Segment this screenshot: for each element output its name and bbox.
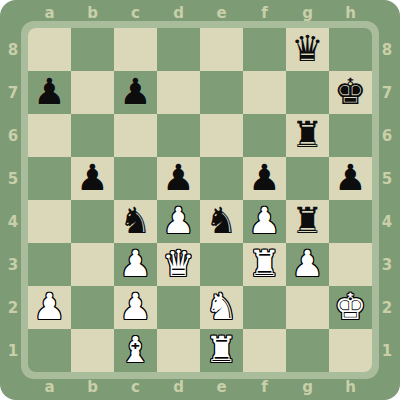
piece-black-king[interactable]: ♚ xyxy=(334,74,366,110)
square-d7[interactable] xyxy=(157,71,200,114)
piece-white-bishop[interactable]: ♝ xyxy=(119,332,151,368)
square-a2[interactable]: ♟ xyxy=(28,286,71,329)
rank-label-4: 4 xyxy=(374,200,400,243)
square-e1[interactable]: ♜ xyxy=(200,329,243,372)
file-label-f: f xyxy=(243,374,286,400)
rank-label-7: 7 xyxy=(0,71,26,114)
square-a8[interactable] xyxy=(28,28,71,71)
square-g8[interactable]: ♛ xyxy=(286,28,329,71)
square-g4[interactable]: ♜ xyxy=(286,200,329,243)
piece-white-pawn[interactable]: ♟ xyxy=(248,203,280,239)
square-c4[interactable]: ♞ xyxy=(114,200,157,243)
rank-label-6: 6 xyxy=(0,114,26,157)
file-label-b: b xyxy=(71,0,114,26)
square-c7[interactable]: ♟ xyxy=(114,71,157,114)
square-h3[interactable] xyxy=(329,243,372,286)
file-label-h: h xyxy=(329,0,372,26)
square-d2[interactable] xyxy=(157,286,200,329)
square-g5[interactable] xyxy=(286,157,329,200)
piece-white-pawn[interactable]: ♟ xyxy=(119,246,151,282)
square-h8[interactable] xyxy=(329,28,372,71)
square-d1[interactable] xyxy=(157,329,200,372)
chess-board[interactable]: ♛♟♟♚♜♟♟♟♟♞♟♞♟♜♟♛♜♟♟♟♞♚♝♜ xyxy=(28,28,372,372)
square-c8[interactable] xyxy=(114,28,157,71)
rank-label-1: 1 xyxy=(0,329,26,372)
square-b2[interactable] xyxy=(71,286,114,329)
square-d3[interactable]: ♛ xyxy=(157,243,200,286)
rank-label-8: 8 xyxy=(374,28,400,71)
square-b3[interactable] xyxy=(71,243,114,286)
square-b1[interactable] xyxy=(71,329,114,372)
piece-black-rook[interactable]: ♜ xyxy=(291,203,323,239)
square-f3[interactable]: ♜ xyxy=(243,243,286,286)
rank-label-7: 7 xyxy=(374,71,400,114)
square-e5[interactable] xyxy=(200,157,243,200)
piece-white-pawn[interactable]: ♟ xyxy=(119,289,151,325)
piece-white-rook[interactable]: ♜ xyxy=(248,246,280,282)
square-f8[interactable] xyxy=(243,28,286,71)
file-labels-top: abcdefgh xyxy=(28,0,372,26)
square-g2[interactable] xyxy=(286,286,329,329)
square-e2[interactable]: ♞ xyxy=(200,286,243,329)
square-h5[interactable]: ♟ xyxy=(329,157,372,200)
square-d8[interactable] xyxy=(157,28,200,71)
square-f5[interactable]: ♟ xyxy=(243,157,286,200)
square-h2[interactable]: ♚ xyxy=(329,286,372,329)
square-h4[interactable] xyxy=(329,200,372,243)
piece-black-rook[interactable]: ♜ xyxy=(291,117,323,153)
piece-white-king[interactable]: ♚ xyxy=(334,289,366,325)
square-b7[interactable] xyxy=(71,71,114,114)
square-h6[interactable] xyxy=(329,114,372,157)
square-g7[interactable] xyxy=(286,71,329,114)
square-b6[interactable] xyxy=(71,114,114,157)
square-e7[interactable] xyxy=(200,71,243,114)
file-label-d: d xyxy=(157,0,200,26)
square-d4[interactable]: ♟ xyxy=(157,200,200,243)
square-a3[interactable] xyxy=(28,243,71,286)
square-f4[interactable]: ♟ xyxy=(243,200,286,243)
file-label-e: e xyxy=(200,374,243,400)
piece-black-knight[interactable]: ♞ xyxy=(119,203,151,239)
square-a1[interactable] xyxy=(28,329,71,372)
piece-white-knight[interactable]: ♞ xyxy=(205,289,237,325)
rank-label-5: 5 xyxy=(0,157,26,200)
file-label-a: a xyxy=(28,374,71,400)
square-d6[interactable] xyxy=(157,114,200,157)
square-a5[interactable] xyxy=(28,157,71,200)
file-label-e: e xyxy=(200,0,243,26)
file-label-h: h xyxy=(329,374,372,400)
file-label-g: g xyxy=(286,0,329,26)
file-label-f: f xyxy=(243,0,286,26)
square-h7[interactable]: ♚ xyxy=(329,71,372,114)
rank-label-2: 2 xyxy=(374,286,400,329)
piece-black-knight[interactable]: ♞ xyxy=(205,203,237,239)
square-g6[interactable]: ♜ xyxy=(286,114,329,157)
rank-label-8: 8 xyxy=(0,28,26,71)
square-c6[interactable] xyxy=(114,114,157,157)
square-c3[interactable]: ♟ xyxy=(114,243,157,286)
piece-black-pawn[interactable]: ♟ xyxy=(248,160,280,196)
square-g1[interactable] xyxy=(286,329,329,372)
square-h1[interactable] xyxy=(329,329,372,372)
square-f1[interactable] xyxy=(243,329,286,372)
piece-black-pawn[interactable]: ♟ xyxy=(33,74,65,110)
file-label-g: g xyxy=(286,374,329,400)
square-b4[interactable] xyxy=(71,200,114,243)
rank-labels-left: 87654321 xyxy=(0,28,26,372)
rank-label-4: 4 xyxy=(0,200,26,243)
rank-label-1: 1 xyxy=(374,329,400,372)
rank-label-3: 3 xyxy=(374,243,400,286)
file-label-d: d xyxy=(157,374,200,400)
piece-black-pawn[interactable]: ♟ xyxy=(119,74,151,110)
piece-white-pawn[interactable]: ♟ xyxy=(162,203,194,239)
piece-white-queen[interactable]: ♛ xyxy=(162,246,194,282)
file-label-c: c xyxy=(114,0,157,26)
rank-label-3: 3 xyxy=(0,243,26,286)
piece-black-pawn[interactable]: ♟ xyxy=(162,160,194,196)
square-b5[interactable]: ♟ xyxy=(71,157,114,200)
piece-white-rook[interactable]: ♜ xyxy=(205,332,237,368)
piece-white-pawn[interactable]: ♟ xyxy=(291,246,323,282)
piece-black-pawn[interactable]: ♟ xyxy=(334,160,366,196)
square-f2[interactable] xyxy=(243,286,286,329)
rank-labels-right: 87654321 xyxy=(374,28,400,372)
square-f7[interactable] xyxy=(243,71,286,114)
file-label-a: a xyxy=(28,0,71,26)
rank-label-5: 5 xyxy=(374,157,400,200)
piece-white-pawn[interactable]: ♟ xyxy=(33,289,65,325)
square-a7[interactable]: ♟ xyxy=(28,71,71,114)
square-g3[interactable]: ♟ xyxy=(286,243,329,286)
square-c1[interactable]: ♝ xyxy=(114,329,157,372)
square-a6[interactable] xyxy=(28,114,71,157)
square-b8[interactable] xyxy=(71,28,114,71)
file-labels-bottom: abcdefgh xyxy=(28,374,372,400)
square-e8[interactable] xyxy=(200,28,243,71)
square-f6[interactable] xyxy=(243,114,286,157)
rank-label-6: 6 xyxy=(374,114,400,157)
file-label-c: c xyxy=(114,374,157,400)
chess-app: abcdefgh abcdefgh 87654321 87654321 ♛♟♟♚… xyxy=(0,0,400,400)
square-c5[interactable] xyxy=(114,157,157,200)
piece-black-pawn[interactable]: ♟ xyxy=(76,160,108,196)
rank-label-2: 2 xyxy=(0,286,26,329)
square-a4[interactable] xyxy=(28,200,71,243)
square-c2[interactable]: ♟ xyxy=(114,286,157,329)
piece-black-queen[interactable]: ♛ xyxy=(291,31,323,67)
square-e6[interactable] xyxy=(200,114,243,157)
square-d5[interactable]: ♟ xyxy=(157,157,200,200)
square-e4[interactable]: ♞ xyxy=(200,200,243,243)
file-label-b: b xyxy=(71,374,114,400)
square-e3[interactable] xyxy=(200,243,243,286)
